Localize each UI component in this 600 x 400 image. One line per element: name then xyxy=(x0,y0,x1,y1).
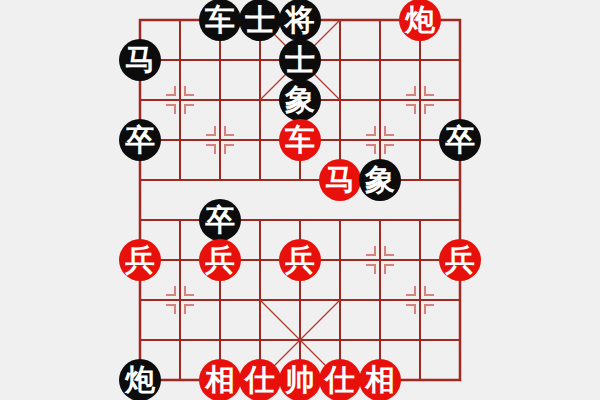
xiangqi-board: 车士将炮马士象卒车卒马象卒兵兵兵兵炮相仕帅仕相 xyxy=(0,0,600,400)
black-horse[interactable]: 马 xyxy=(119,39,161,81)
red-pawn[interactable]: 兵 xyxy=(119,239,161,281)
red-pawn[interactable]: 兵 xyxy=(199,239,241,281)
red-horse[interactable]: 马 xyxy=(319,159,361,201)
red-elephant[interactable]: 相 xyxy=(199,359,241,400)
red-chariot[interactable]: 车 xyxy=(279,119,321,161)
red-pawn[interactable]: 兵 xyxy=(279,239,321,281)
red-advisor[interactable]: 仕 xyxy=(319,359,361,400)
red-elephant[interactable]: 相 xyxy=(359,359,401,400)
black-elephant[interactable]: 象 xyxy=(359,159,401,201)
black-cannon[interactable]: 炮 xyxy=(119,359,161,400)
black-elephant[interactable]: 象 xyxy=(279,79,321,121)
red-pawn[interactable]: 兵 xyxy=(439,239,481,281)
black-pawn[interactable]: 卒 xyxy=(119,119,161,161)
red-general[interactable]: 帅 xyxy=(279,359,321,400)
black-advisor[interactable]: 士 xyxy=(239,0,281,41)
black-pawn[interactable]: 卒 xyxy=(439,119,481,161)
black-chariot[interactable]: 车 xyxy=(199,0,241,41)
red-advisor[interactable]: 仕 xyxy=(239,359,281,400)
board-grid[interactable]: 车士将炮马士象卒车卒马象卒兵兵兵兵炮相仕帅仕相 xyxy=(120,0,480,400)
black-advisor[interactable]: 士 xyxy=(279,39,321,81)
red-cannon[interactable]: 炮 xyxy=(399,0,441,41)
black-pawn[interactable]: 卒 xyxy=(199,199,241,241)
black-general[interactable]: 将 xyxy=(279,0,321,41)
